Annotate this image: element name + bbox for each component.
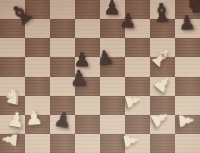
square-d2[interactable] xyxy=(75,115,100,134)
square-d7[interactable] xyxy=(75,19,100,38)
square-h5[interactable] xyxy=(175,57,200,76)
square-h6[interactable] xyxy=(175,38,200,57)
square-c1[interactable] xyxy=(50,134,75,153)
square-b6[interactable] xyxy=(25,38,50,57)
square-c6[interactable] xyxy=(50,38,75,57)
square-a5[interactable] xyxy=(0,57,25,76)
piece-black-bishop-g7[interactable]: ♝ xyxy=(150,0,174,26)
square-d1[interactable] xyxy=(75,134,100,153)
piece-black-pawn-d4[interactable]: ♟ xyxy=(69,68,89,90)
piece-white-pawn-a1[interactable]: ♟ xyxy=(0,130,20,149)
square-b1[interactable] xyxy=(25,134,50,153)
square-c7[interactable] xyxy=(50,19,75,38)
square-h4[interactable] xyxy=(175,77,200,96)
piece-white-pawn-b2[interactable]: ♟ xyxy=(24,107,43,128)
square-h1[interactable] xyxy=(175,134,200,153)
piece-black-pawn-e5[interactable]: ♟ xyxy=(95,47,115,69)
square-e2[interactable] xyxy=(100,115,125,134)
square-d8[interactable] xyxy=(75,0,100,19)
square-f6[interactable] xyxy=(125,38,150,57)
square-g1[interactable] xyxy=(150,134,175,153)
piece-black-pawn-e8[interactable]: ♟ xyxy=(103,0,120,17)
piece-black-pawn-f7[interactable]: ♟ xyxy=(119,11,137,31)
piece-white-pawn-h2[interactable]: ♟ xyxy=(176,111,196,130)
piece-white-pawn-a2[interactable]: ♟ xyxy=(5,108,26,131)
piece-white-pawn-f1[interactable]: ♟ xyxy=(120,131,142,151)
board-wrapper: ♝♟♟♝♟♞♟♟♟♟♞♟♟♟♝♟♟♟♟♟ xyxy=(0,0,200,153)
piece-black-pawn-c2[interactable]: ♟ xyxy=(52,108,73,131)
chessboard-photo: ♝♟♟♝♟♞♟♟♟♟♞♟♟♟♝♟♟♟♟♟ xyxy=(0,0,200,153)
square-b4[interactable] xyxy=(25,77,50,96)
square-e4[interactable] xyxy=(100,77,125,96)
square-c8[interactable] xyxy=(50,0,75,19)
square-b5[interactable] xyxy=(25,57,50,76)
square-a6[interactable] xyxy=(0,38,25,57)
square-d3[interactable] xyxy=(75,96,100,115)
